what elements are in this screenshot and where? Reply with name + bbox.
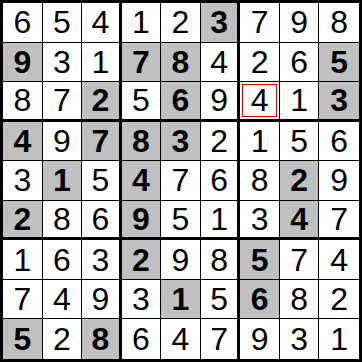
cell-r7c6[interactable]: 8 — [201, 240, 241, 280]
cell-r4c1[interactable]: 4 — [3, 122, 43, 162]
cell-r8c7[interactable]: 6 — [240, 280, 280, 320]
cell-r3c7[interactable]: 4 — [240, 82, 280, 122]
cell-r9c5[interactable]: 4 — [161, 319, 201, 359]
cell-r3c4[interactable]: 5 — [122, 82, 162, 122]
cell-r2c7[interactable]: 2 — [240, 43, 280, 83]
cell-r1c1[interactable]: 6 — [3, 3, 43, 43]
cell-r8c2[interactable]: 4 — [43, 280, 83, 320]
cell-r8c9[interactable]: 2 — [319, 280, 359, 320]
cell-r4c3[interactable]: 7 — [82, 122, 122, 162]
cell-r5c4[interactable]: 4 — [122, 161, 162, 201]
cell-r3c6[interactable]: 9 — [201, 82, 241, 122]
cell-r9c9[interactable]: 1 — [319, 319, 359, 359]
cell-r3c9[interactable]: 3 — [319, 82, 359, 122]
cell-r8c8[interactable]: 8 — [280, 280, 320, 320]
cell-r4c2[interactable]: 9 — [43, 122, 83, 162]
cell-r7c5[interactable]: 9 — [161, 240, 201, 280]
cell-r4c4[interactable]: 8 — [122, 122, 162, 162]
cell-r7c8[interactable]: 7 — [280, 240, 320, 280]
cell-r2c3[interactable]: 1 — [82, 43, 122, 83]
cell-r9c4[interactable]: 6 — [122, 319, 162, 359]
cell-r1c7[interactable]: 7 — [240, 3, 280, 43]
cell-r6c9[interactable]: 7 — [319, 201, 359, 241]
cell-r9c7[interactable]: 9 — [240, 319, 280, 359]
cell-r5c5[interactable]: 7 — [161, 161, 201, 201]
cell-r1c8[interactable]: 9 — [280, 3, 320, 43]
cell-r9c6[interactable]: 7 — [201, 319, 241, 359]
cell-r7c7[interactable]: 5 — [240, 240, 280, 280]
sudoku-board: 6541237989317842658725694134978321563154… — [0, 0, 362, 362]
cell-r5c2[interactable]: 1 — [43, 161, 83, 201]
cell-r1c3[interactable]: 4 — [82, 3, 122, 43]
cell-r1c2[interactable]: 5 — [43, 3, 83, 43]
cell-r6c6[interactable]: 1 — [201, 201, 241, 241]
cell-r7c4[interactable]: 2 — [122, 240, 162, 280]
cell-r3c8[interactable]: 1 — [280, 82, 320, 122]
cell-r9c2[interactable]: 2 — [43, 319, 83, 359]
cell-r1c4[interactable]: 1 — [122, 3, 162, 43]
cell-r3c5[interactable]: 6 — [161, 82, 201, 122]
cell-r2c8[interactable]: 6 — [280, 43, 320, 83]
cell-r5c6[interactable]: 6 — [201, 161, 241, 201]
cell-r4c9[interactable]: 6 — [319, 122, 359, 162]
cell-r2c2[interactable]: 3 — [43, 43, 83, 83]
cell-r7c3[interactable]: 3 — [82, 240, 122, 280]
cell-r2c1[interactable]: 9 — [3, 43, 43, 83]
cell-r9c3[interactable]: 8 — [82, 319, 122, 359]
cell-r2c6[interactable]: 4 — [201, 43, 241, 83]
cell-r5c7[interactable]: 8 — [240, 161, 280, 201]
cell-r2c9[interactable]: 5 — [319, 43, 359, 83]
cell-r7c9[interactable]: 4 — [319, 240, 359, 280]
cell-r8c3[interactable]: 9 — [82, 280, 122, 320]
cell-r8c4[interactable]: 3 — [122, 280, 162, 320]
cell-r6c4[interactable]: 9 — [122, 201, 162, 241]
cell-r3c2[interactable]: 7 — [43, 82, 83, 122]
cell-r9c8[interactable]: 3 — [280, 319, 320, 359]
cell-r6c3[interactable]: 6 — [82, 201, 122, 241]
cell-r7c1[interactable]: 1 — [3, 240, 43, 280]
cell-r7c2[interactable]: 6 — [43, 240, 83, 280]
cell-r6c7[interactable]: 3 — [240, 201, 280, 241]
cell-r8c5[interactable]: 1 — [161, 280, 201, 320]
cell-r3c3[interactable]: 2 — [82, 82, 122, 122]
cell-r8c6[interactable]: 5 — [201, 280, 241, 320]
cell-r2c5[interactable]: 8 — [161, 43, 201, 83]
cell-r6c8[interactable]: 4 — [280, 201, 320, 241]
cell-r8c1[interactable]: 7 — [3, 280, 43, 320]
cell-r1c5[interactable]: 2 — [161, 3, 201, 43]
cell-r5c9[interactable]: 9 — [319, 161, 359, 201]
cell-r1c6[interactable]: 3 — [201, 3, 241, 43]
cell-r5c1[interactable]: 3 — [3, 161, 43, 201]
cell-r6c5[interactable]: 5 — [161, 201, 201, 241]
cell-r4c5[interactable]: 3 — [161, 122, 201, 162]
cell-r2c4[interactable]: 7 — [122, 43, 162, 83]
cell-r6c1[interactable]: 2 — [3, 201, 43, 241]
cell-r3c1[interactable]: 8 — [3, 82, 43, 122]
cell-r4c7[interactable]: 1 — [240, 122, 280, 162]
cell-r1c9[interactable]: 8 — [319, 3, 359, 43]
cell-r6c2[interactable]: 8 — [43, 201, 83, 241]
cell-r9c1[interactable]: 5 — [3, 319, 43, 359]
cell-r4c8[interactable]: 5 — [280, 122, 320, 162]
cell-r5c8[interactable]: 2 — [280, 161, 320, 201]
cell-r5c3[interactable]: 5 — [82, 161, 122, 201]
cell-r4c6[interactable]: 2 — [201, 122, 241, 162]
